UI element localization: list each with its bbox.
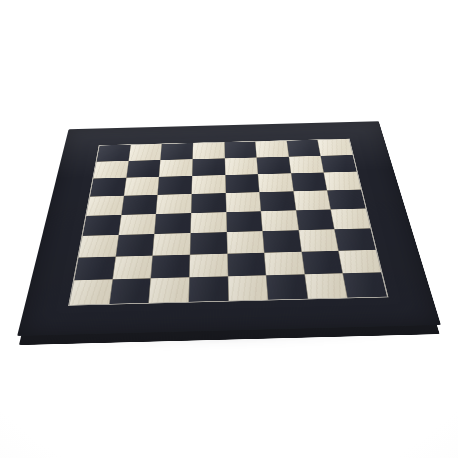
chessboard <box>0 0 458 458</box>
square-dark <box>225 174 259 192</box>
square-light <box>227 231 264 253</box>
square-light <box>119 214 156 235</box>
square-light <box>339 250 381 273</box>
square-dark <box>83 215 121 236</box>
square-dark <box>328 190 366 209</box>
square-dark <box>109 279 150 304</box>
square-dark <box>189 277 228 302</box>
square-light <box>113 256 153 280</box>
square-light <box>159 159 192 176</box>
square-dark <box>227 253 265 276</box>
square-dark <box>287 140 321 156</box>
square-dark <box>116 234 154 256</box>
square-dark <box>155 213 191 234</box>
square-light <box>225 158 258 175</box>
square-dark <box>191 193 225 213</box>
square-light <box>87 196 124 216</box>
square-light <box>226 192 261 211</box>
square-light <box>192 175 225 193</box>
square-light <box>124 177 159 195</box>
square-light <box>153 233 190 255</box>
square-dark <box>266 275 307 300</box>
square-dark <box>158 176 192 194</box>
square-light <box>261 210 298 231</box>
square-dark <box>97 145 131 162</box>
square-dark <box>263 230 301 252</box>
square-light <box>318 139 352 155</box>
square-light <box>289 156 324 173</box>
square-light <box>79 235 118 257</box>
square-light <box>258 174 293 192</box>
board-squares <box>70 139 387 305</box>
square-light <box>94 161 129 179</box>
square-dark <box>321 155 356 172</box>
inlay-line <box>68 139 388 306</box>
square-light <box>294 191 331 210</box>
square-light <box>129 144 162 161</box>
square-light <box>228 276 268 301</box>
photo-background <box>0 0 458 458</box>
square-dark <box>291 173 327 191</box>
square-dark <box>224 142 256 158</box>
square-light <box>305 274 347 299</box>
square-light <box>256 141 289 157</box>
square-dark <box>90 178 126 197</box>
square-dark <box>343 273 387 298</box>
square-dark <box>161 143 193 160</box>
square-dark <box>192 158 224 175</box>
square-dark <box>296 209 334 230</box>
square-dark <box>260 191 296 210</box>
square-dark <box>335 229 375 251</box>
square-light <box>265 252 305 275</box>
square-dark <box>151 255 189 278</box>
square-dark <box>74 257 115 281</box>
square-light <box>331 209 370 230</box>
square-dark <box>126 160 160 177</box>
square-light <box>190 254 228 277</box>
square-light <box>156 194 191 214</box>
square-light <box>324 172 361 190</box>
product-photo: { "game": "chess", "position": { "fen": … <box>0 0 458 458</box>
square-light <box>193 142 224 159</box>
board-frame <box>17 121 441 336</box>
square-dark <box>257 157 291 174</box>
square-dark <box>226 211 262 232</box>
square-light <box>70 280 112 305</box>
chessboard-3d <box>17 121 441 336</box>
square-light <box>149 278 189 303</box>
square-dark <box>122 195 158 215</box>
square-light <box>191 212 226 233</box>
square-light <box>299 230 338 252</box>
square-dark <box>190 232 227 254</box>
square-dark <box>302 251 343 274</box>
